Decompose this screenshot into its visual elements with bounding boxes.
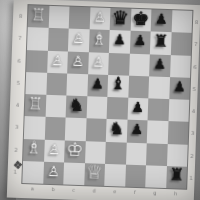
square-g7: ♜ [150,32,171,55]
square-f7: ♟ [129,31,150,54]
square-c5 [66,73,87,96]
coord-label: d [92,187,95,193]
square-a8: ♖ [28,5,49,28]
square-f6 [129,53,150,76]
black-pawn-e7: ♟ [113,32,126,46]
square-h4 [168,99,189,122]
square-e4 [107,97,128,120]
coord-label: 7 [194,41,197,47]
square-d3 [85,118,106,141]
square-b8 [48,6,69,29]
white-bishop-d7: ♗ [91,30,107,48]
white-pawn-c7: ♙ [72,31,85,45]
square-c6: ♙ [67,51,88,74]
black-rook-h1: ♜ [168,167,184,185]
square-g8: ♟ [151,9,172,32]
square-e3: ♞ [106,119,127,142]
coord-label: 7 [18,35,21,41]
square-d7: ♗ [88,30,109,53]
rank-labels-left: 87654321 [13,5,22,183]
square-c2: ♔ [64,140,85,163]
coord-label: 5 [17,80,20,86]
square-e2 [105,141,126,164]
square-b5 [46,73,67,96]
black-knight-e3: ♞ [109,120,125,138]
black-pawn-f4: ♟ [131,100,144,114]
square-e7: ♟ [109,30,130,53]
square-g5 [148,76,169,99]
coord-label: f [134,189,136,195]
square-a4: ♖ [25,94,46,117]
white-pawn-d6: ♙ [92,54,105,68]
square-g2 [146,143,167,166]
coord-label: e [113,188,116,194]
coord-label: 8 [195,19,198,25]
coord-label: b [51,186,54,192]
square-e1 [104,164,125,187]
square-b3 [44,117,65,140]
square-d1: ♕ [84,163,105,186]
square-a6 [26,50,47,73]
square-f5 [128,75,149,98]
square-c1 [63,162,84,185]
coord-label: h [174,190,177,196]
black-queen-e8: ♛ [112,8,130,28]
square-f4: ♟ [127,98,148,121]
square-g1 [145,165,166,188]
square-a7 [27,27,48,50]
black-pawn-g8: ♟ [155,12,168,26]
coord-label: 5 [193,86,196,92]
coord-label: c [72,187,75,193]
square-b1: ♙ [43,162,64,185]
black-pawn-d5: ♟ [91,76,104,90]
square-d8: ♙ [89,7,110,30]
white-pawn-b2: ♙ [48,142,61,156]
white-king-c2: ♔ [66,140,84,160]
square-a2: ♗ [23,139,44,162]
square-f1 [125,164,146,187]
coord-label: 3 [15,124,18,130]
coord-label: a [31,185,34,191]
square-d6: ♙ [88,52,109,75]
white-pawn-b1: ♙ [47,164,60,178]
square-h2 [166,144,187,167]
vinyl-board: 87654321 87654321 abcdefgh ❖ ♖♙♛♚♟♙♗♟♟♜♙… [7,0,200,200]
white-pawn-c6: ♙ [71,53,84,67]
coord-label: 8 [19,13,22,19]
black-pawn-g6: ♟ [153,56,166,70]
white-rook-a8: ♖ [31,6,47,24]
coord-label: 2 [190,153,193,159]
square-h8 [171,10,192,33]
square-h3 [167,121,188,144]
chessboard-grid: ♖♙♛♚♟♙♗♟♟♜♙♙♙♟♟♝♟♖♞♟♞♟♗♙♔♙♕♜ [22,5,192,189]
white-bishop-a2: ♗ [26,139,42,157]
white-pawn-b6: ♙ [51,53,64,67]
square-h6 [170,55,191,78]
maker-stamp-icon: ❖ [12,159,23,173]
white-queen-d1: ♕ [86,163,104,183]
square-a3 [24,116,45,139]
black-pawn-f7: ♟ [134,33,147,47]
square-g3 [147,121,168,144]
black-bishop-e5: ♝ [110,75,126,93]
square-a5 [25,72,46,95]
board-photo: 87654321 87654321 abcdefgh ❖ ♖♙♛♚♟♙♗♟♟♜♙… [0,0,200,200]
coord-label: 6 [193,64,196,70]
square-f3: ♟ [126,120,147,143]
coord-label: 4 [16,102,19,108]
square-d4 [86,96,107,119]
square-h5: ♟ [169,77,190,100]
coord-label: 3 [191,130,194,136]
square-c7: ♙ [68,29,89,52]
coord-label: 1 [189,175,192,181]
square-f2 [126,142,147,165]
white-pawn-d8: ♙ [93,10,106,24]
coord-label: 2 [14,146,17,152]
white-rook-a4: ♖ [27,95,43,113]
square-g4 [148,98,169,121]
square-b2: ♙ [44,139,65,162]
black-pawn-f3: ♟ [130,122,143,136]
square-b6: ♙ [47,50,68,73]
black-king-f8: ♚ [132,8,150,28]
square-a1 [22,161,43,184]
coord-label: 4 [192,108,195,114]
square-h7 [170,32,191,55]
square-g6: ♟ [149,54,170,77]
square-b4 [45,95,66,118]
coord-label: 6 [17,57,20,63]
square-e8: ♛ [110,8,131,31]
coord-label: g [153,190,156,196]
square-d5: ♟ [87,74,108,97]
square-e6 [108,52,129,75]
square-b7 [47,28,68,51]
square-c4: ♞ [66,96,87,119]
black-rook-g7: ♜ [153,32,169,50]
square-e5: ♝ [107,75,128,98]
black-knight-c4: ♞ [68,96,84,114]
square-c8 [69,7,90,30]
square-h1: ♜ [166,166,187,189]
black-pawn-h5: ♟ [173,79,186,93]
square-f8: ♚ [130,9,151,32]
